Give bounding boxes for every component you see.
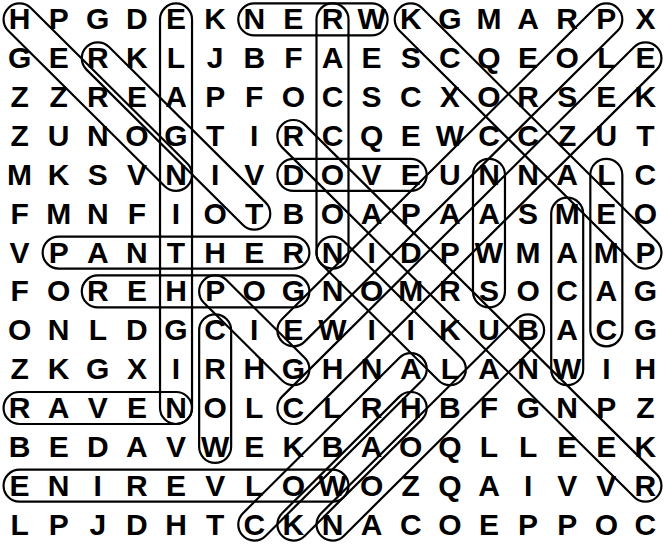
- grid-cell-r2c3[interactable]: R: [78, 39, 117, 78]
- grid-cell-r12c13[interactable]: L: [469, 427, 508, 466]
- grid-cell-r6c6[interactable]: O: [196, 194, 235, 233]
- grid-cell-r5c10[interactable]: V: [352, 155, 391, 194]
- grid-cell-r1c7[interactable]: N: [235, 0, 274, 39]
- grid-cell-r4c15[interactable]: Z: [548, 117, 587, 156]
- grid-cell-r4c14[interactable]: C: [509, 117, 548, 156]
- grid-cell-r8c17[interactable]: G: [626, 272, 665, 311]
- grid-cell-r12c10[interactable]: A: [352, 427, 391, 466]
- grid-cell-r3c8[interactable]: O: [274, 78, 313, 117]
- grid-cell-r9c10[interactable]: I: [352, 311, 391, 350]
- grid-cell-r14c16[interactable]: O: [587, 505, 626, 544]
- grid-cell-r5c6[interactable]: I: [196, 155, 235, 194]
- grid-cell-r4c4[interactable]: O: [117, 117, 156, 156]
- grid-cell-r9c3[interactable]: L: [78, 311, 117, 350]
- grid-cell-r9c4[interactable]: D: [117, 311, 156, 350]
- grid-cell-r10c7[interactable]: H: [235, 350, 274, 389]
- grid-cell-r12c9[interactable]: B: [313, 427, 352, 466]
- grid-cell-r9c5[interactable]: G: [156, 311, 195, 350]
- grid-cell-r9c14[interactable]: B: [509, 311, 548, 350]
- grid-cell-r5c13[interactable]: N: [469, 155, 508, 194]
- grid-cell-r7c16[interactable]: M: [587, 233, 626, 272]
- grid-cell-r7c7[interactable]: E: [235, 233, 274, 272]
- grid-cell-r7c8[interactable]: R: [274, 233, 313, 272]
- word-search-board: HPGDEKNERWKGMARPXGERKLJBFAESCQEOLEZZREAP…: [0, 0, 665, 544]
- grid-cell-r12c11[interactable]: O: [391, 427, 430, 466]
- grid-cell-r7c3[interactable]: A: [78, 233, 117, 272]
- grid-cell-r14c8[interactable]: K: [274, 505, 313, 544]
- grid-cell-r9c13[interactable]: U: [469, 311, 508, 350]
- grid-cell-r12c15[interactable]: E: [548, 427, 587, 466]
- grid-cell-r1c13[interactable]: M: [469, 0, 508, 39]
- grid-cell-r2c15[interactable]: O: [548, 39, 587, 78]
- grid-cell-r5c4[interactable]: V: [117, 155, 156, 194]
- grid-cell-r3c11[interactable]: C: [391, 78, 430, 117]
- grid-cell-r6c4[interactable]: F: [117, 194, 156, 233]
- grid-cell-r1c4[interactable]: D: [117, 0, 156, 39]
- grid-cell-r4c9[interactable]: C: [313, 117, 352, 156]
- grid-cell-r1c9[interactable]: R: [313, 0, 352, 39]
- grid-cell-r12c12[interactable]: Q: [430, 427, 469, 466]
- grid-cell-r3c4[interactable]: E: [117, 78, 156, 117]
- grid-cell-r12c4[interactable]: A: [117, 427, 156, 466]
- grid-cell-r3c15[interactable]: S: [548, 78, 587, 117]
- grid-cell-r8c7[interactable]: O: [235, 272, 274, 311]
- grid-cell-r11c10[interactable]: R: [352, 389, 391, 428]
- grid-cell-r7c9[interactable]: N: [313, 233, 352, 272]
- grid-cell-r3c14[interactable]: R: [509, 78, 548, 117]
- grid-cell-r2c2[interactable]: E: [39, 39, 78, 78]
- grid-cell-r5c3[interactable]: S: [78, 155, 117, 194]
- grid-cell-r6c11[interactable]: P: [391, 194, 430, 233]
- grid-cell-r10c9[interactable]: H: [313, 350, 352, 389]
- grid-cell-r4c8[interactable]: R: [274, 117, 313, 156]
- grid-cell-r4c3[interactable]: N: [78, 117, 117, 156]
- grid-cell-r6c7[interactable]: T: [235, 194, 274, 233]
- grid-cell-r14c15[interactable]: P: [548, 505, 587, 544]
- grid-cell-r10c6[interactable]: R: [196, 350, 235, 389]
- grid-cell-r13c17[interactable]: R: [626, 466, 665, 505]
- grid-cell-r9c15[interactable]: A: [548, 311, 587, 350]
- grid-cell-r5c7[interactable]: V: [235, 155, 274, 194]
- grid-cell-r5c1[interactable]: M: [0, 155, 39, 194]
- grid-cell-r14c9[interactable]: N: [313, 505, 352, 544]
- grid-cell-r13c16[interactable]: V: [587, 466, 626, 505]
- grid-cell-r1c6[interactable]: K: [196, 0, 235, 39]
- grid-cell-r12c2[interactable]: E: [39, 427, 78, 466]
- grid-cell-r2c11[interactable]: S: [391, 39, 430, 78]
- grid-cell-r9c11[interactable]: I: [391, 311, 430, 350]
- grid-cell-r6c17[interactable]: O: [626, 194, 665, 233]
- grid-cell-r7c10[interactable]: I: [352, 233, 391, 272]
- grid-cell-r12c1[interactable]: B: [0, 427, 39, 466]
- grid-cell-r11c11[interactable]: H: [391, 389, 430, 428]
- grid-cell-r11c5[interactable]: N: [156, 389, 195, 428]
- grid-cell-r9c9[interactable]: W: [313, 311, 352, 350]
- grid-cell-r1c2[interactable]: P: [39, 0, 78, 39]
- grid-cell-r5c9[interactable]: O: [313, 155, 352, 194]
- grid-cell-r5c5[interactable]: N: [156, 155, 195, 194]
- grid-cell-r6c8[interactable]: B: [274, 194, 313, 233]
- grid-cell-r11c12[interactable]: B: [430, 389, 469, 428]
- grid-cell-r8c16[interactable]: A: [587, 272, 626, 311]
- grid-cell-r1c12[interactable]: G: [430, 0, 469, 39]
- grid-cell-r10c16[interactable]: I: [587, 350, 626, 389]
- grid-cell-r11c14[interactable]: G: [509, 389, 548, 428]
- grid-cell-r10c10[interactable]: N: [352, 350, 391, 389]
- grid-cell-r14c14[interactable]: P: [509, 505, 548, 544]
- grid-cell-r1c1[interactable]: H: [0, 0, 39, 39]
- grid-cell-r12c6[interactable]: W: [196, 427, 235, 466]
- grid-cell-r14c10[interactable]: A: [352, 505, 391, 544]
- grid-cell-r13c12[interactable]: Q: [430, 466, 469, 505]
- grid-cell-r5c2[interactable]: K: [39, 155, 78, 194]
- grid-cell-r4c17[interactable]: T: [626, 117, 665, 156]
- grid-cell-r14c17[interactable]: C: [626, 505, 665, 544]
- grid-cell-r8c15[interactable]: C: [548, 272, 587, 311]
- grid-cell-r10c4[interactable]: X: [117, 350, 156, 389]
- grid-cell-r11c13[interactable]: F: [469, 389, 508, 428]
- grid-cell-r12c7[interactable]: E: [235, 427, 274, 466]
- grid-cell-r10c11[interactable]: A: [391, 350, 430, 389]
- grid-cell-r10c15[interactable]: W: [548, 350, 587, 389]
- grid-cell-r10c14[interactable]: N: [509, 350, 548, 389]
- grid-cell-r10c5[interactable]: I: [156, 350, 195, 389]
- grid-cell-r7c12[interactable]: P: [430, 233, 469, 272]
- grid-cell-r14c2[interactable]: P: [39, 505, 78, 544]
- grid-cell-r4c2[interactable]: U: [39, 117, 78, 156]
- grid-cell-r13c3[interactable]: I: [78, 466, 117, 505]
- grid-cell-r3c13[interactable]: O: [469, 78, 508, 117]
- grid-cell-r6c3[interactable]: N: [78, 194, 117, 233]
- grid-cell-r1c17[interactable]: X: [626, 0, 665, 39]
- grid-cell-r2c7[interactable]: B: [235, 39, 274, 78]
- grid-cell-r11c8[interactable]: C: [274, 389, 313, 428]
- grid-cell-r14c5[interactable]: H: [156, 505, 195, 544]
- grid-cell-r13c13[interactable]: A: [469, 466, 508, 505]
- grid-cell-r9c8[interactable]: E: [274, 311, 313, 350]
- grid-cell-r9c17[interactable]: G: [626, 311, 665, 350]
- grid-cell-r14c13[interactable]: E: [469, 505, 508, 544]
- grid-cell-r7c17[interactable]: P: [626, 233, 665, 272]
- grid-cell-r8c13[interactable]: S: [469, 272, 508, 311]
- grid-cell-r7c13[interactable]: W: [469, 233, 508, 272]
- grid-cell-r11c2[interactable]: A: [39, 389, 78, 428]
- grid-cell-r11c17[interactable]: Z: [626, 389, 665, 428]
- grid-cell-r8c3[interactable]: R: [78, 272, 117, 311]
- grid-cell-r14c3[interactable]: J: [78, 505, 117, 544]
- grid-cell-r14c11[interactable]: C: [391, 505, 430, 544]
- grid-cell-r3c7[interactable]: F: [235, 78, 274, 117]
- grid-cell-r2c10[interactable]: E: [352, 39, 391, 78]
- grid-cell-r3c10[interactable]: S: [352, 78, 391, 117]
- grid-cell-r8c11[interactable]: M: [391, 272, 430, 311]
- grid-cell-r7c5[interactable]: T: [156, 233, 195, 272]
- grid-cell-r7c2[interactable]: P: [39, 233, 78, 272]
- grid-cell-r1c10[interactable]: W: [352, 0, 391, 39]
- grid-cell-r5c11[interactable]: E: [391, 155, 430, 194]
- grid-cell-r11c1[interactable]: R: [0, 389, 39, 428]
- grid-cell-r10c3[interactable]: G: [78, 350, 117, 389]
- grid-cell-r1c5[interactable]: E: [156, 0, 195, 39]
- grid-cell-r6c1[interactable]: F: [0, 194, 39, 233]
- grid-cell-r8c1[interactable]: F: [0, 272, 39, 311]
- grid-cell-r2c16[interactable]: L: [587, 39, 626, 78]
- grid-cell-r13c4[interactable]: R: [117, 466, 156, 505]
- grid-cell-r8c4[interactable]: E: [117, 272, 156, 311]
- grid-cell-r3c6[interactable]: P: [196, 78, 235, 117]
- grid-cell-r3c5[interactable]: A: [156, 78, 195, 117]
- grid-cell-r6c14[interactable]: S: [509, 194, 548, 233]
- grid-cell-r8c12[interactable]: R: [430, 272, 469, 311]
- grid-cell-r5c14[interactable]: N: [509, 155, 548, 194]
- grid-cell-r9c2[interactable]: N: [39, 311, 78, 350]
- grid-cell-r11c16[interactable]: P: [587, 389, 626, 428]
- grid-cell-r12c8[interactable]: K: [274, 427, 313, 466]
- grid-cell-r8c2[interactable]: O: [39, 272, 78, 311]
- grid-cell-r2c8[interactable]: F: [274, 39, 313, 78]
- grid-cell-r5c16[interactable]: L: [587, 155, 626, 194]
- grid-cell-r11c15[interactable]: N: [548, 389, 587, 428]
- grid-cell-r3c2[interactable]: Z: [39, 78, 78, 117]
- grid-cell-r11c3[interactable]: V: [78, 389, 117, 428]
- grid-cell-r11c4[interactable]: E: [117, 389, 156, 428]
- grid-cell-r14c7[interactable]: C: [235, 505, 274, 544]
- grid-cell-r5c8[interactable]: D: [274, 155, 313, 194]
- grid-cell-r14c12[interactable]: O: [430, 505, 469, 544]
- grid-cell-r4c7[interactable]: I: [235, 117, 274, 156]
- grid-cell-r9c12[interactable]: K: [430, 311, 469, 350]
- grid-cell-r1c15[interactable]: R: [548, 0, 587, 39]
- grid-cell-r3c12[interactable]: X: [430, 78, 469, 117]
- grid-cell-r1c11[interactable]: K: [391, 0, 430, 39]
- grid-cell-r2c5[interactable]: L: [156, 39, 195, 78]
- grid-cell-r13c5[interactable]: E: [156, 466, 195, 505]
- grid-cell-r3c1[interactable]: Z: [0, 78, 39, 117]
- grid-cell-r6c16[interactable]: E: [587, 194, 626, 233]
- grid-cell-r4c11[interactable]: E: [391, 117, 430, 156]
- grid-cell-r2c4[interactable]: K: [117, 39, 156, 78]
- grid-cell-r2c9[interactable]: A: [313, 39, 352, 78]
- grid-cell-r4c1[interactable]: Z: [0, 117, 39, 156]
- grid-cell-r7c6[interactable]: H: [196, 233, 235, 272]
- grid-cell-r10c12[interactable]: L: [430, 350, 469, 389]
- grid-cell-r12c3[interactable]: D: [78, 427, 117, 466]
- grid-cell-r13c8[interactable]: O: [274, 466, 313, 505]
- grid-cell-r13c10[interactable]: O: [352, 466, 391, 505]
- grid-cell-r3c3[interactable]: R: [78, 78, 117, 117]
- grid-cell-r4c12[interactable]: W: [430, 117, 469, 156]
- grid-cell-r3c16[interactable]: E: [587, 78, 626, 117]
- grid-cell-r6c5[interactable]: I: [156, 194, 195, 233]
- grid-cell-r8c10[interactable]: O: [352, 272, 391, 311]
- grid-cell-r7c1[interactable]: V: [0, 233, 39, 272]
- grid-cell-r8c6[interactable]: P: [196, 272, 235, 311]
- grid-cell-r1c14[interactable]: A: [509, 0, 548, 39]
- grid-cell-r4c5[interactable]: G: [156, 117, 195, 156]
- grid-cell-r13c1[interactable]: E: [0, 466, 39, 505]
- grid-cell-r9c7[interactable]: I: [235, 311, 274, 350]
- grid-cell-r7c15[interactable]: A: [548, 233, 587, 272]
- grid-cell-r4c10[interactable]: Q: [352, 117, 391, 156]
- grid-cell-r8c8[interactable]: G: [274, 272, 313, 311]
- grid-cell-r10c1[interactable]: Z: [0, 350, 39, 389]
- grid-cell-r7c11[interactable]: D: [391, 233, 430, 272]
- grid-cell-r14c1[interactable]: L: [0, 505, 39, 544]
- grid-cell-r13c9[interactable]: W: [313, 466, 352, 505]
- grid-cell-r6c2[interactable]: M: [39, 194, 78, 233]
- grid-cell-r6c12[interactable]: A: [430, 194, 469, 233]
- grid-cell-r4c13[interactable]: C: [469, 117, 508, 156]
- grid-cell-r13c15[interactable]: V: [548, 466, 587, 505]
- grid-cell-r3c9[interactable]: C: [313, 78, 352, 117]
- grid-cell-r5c15[interactable]: A: [548, 155, 587, 194]
- grid-cell-r5c12[interactable]: U: [430, 155, 469, 194]
- grid-cell-r10c8[interactable]: G: [274, 350, 313, 389]
- grid-cell-r14c6[interactable]: T: [196, 505, 235, 544]
- grid-cell-r13c2[interactable]: N: [39, 466, 78, 505]
- grid-cell-r2c14[interactable]: E: [509, 39, 548, 78]
- grid-cell-r11c7[interactable]: L: [235, 389, 274, 428]
- grid-cell-r12c16[interactable]: E: [587, 427, 626, 466]
- grid-cell-r11c6[interactable]: O: [196, 389, 235, 428]
- grid-cell-r5c17[interactable]: C: [626, 155, 665, 194]
- grid-cell-r13c6[interactable]: V: [196, 466, 235, 505]
- grid-cell-r1c3[interactable]: G: [78, 0, 117, 39]
- grid-cell-r8c14[interactable]: O: [509, 272, 548, 311]
- grid-cell-r2c1[interactable]: G: [0, 39, 39, 78]
- grid-cell-r14c4[interactable]: D: [117, 505, 156, 544]
- grid-cell-r6c13[interactable]: A: [469, 194, 508, 233]
- letter-grid: HPGDEKNERWKGMARPXGERKLJBFAESCQEOLEZZREAP…: [0, 0, 665, 544]
- grid-cell-r4c16[interactable]: U: [587, 117, 626, 156]
- grid-cell-r7c4[interactable]: N: [117, 233, 156, 272]
- grid-cell-r9c6[interactable]: C: [196, 311, 235, 350]
- grid-cell-r6c9[interactable]: O: [313, 194, 352, 233]
- grid-cell-r9c16[interactable]: C: [587, 311, 626, 350]
- grid-cell-r8c5[interactable]: H: [156, 272, 195, 311]
- grid-cell-r10c13[interactable]: A: [469, 350, 508, 389]
- grid-cell-r4c6[interactable]: T: [196, 117, 235, 156]
- grid-cell-r1c16[interactable]: P: [587, 0, 626, 39]
- grid-cell-r10c17[interactable]: H: [626, 350, 665, 389]
- grid-cell-r2c13[interactable]: Q: [469, 39, 508, 78]
- grid-cell-r12c17[interactable]: K: [626, 427, 665, 466]
- grid-cell-r10c2[interactable]: K: [39, 350, 78, 389]
- grid-cell-r8c9[interactable]: N: [313, 272, 352, 311]
- grid-cell-r2c17[interactable]: E: [626, 39, 665, 78]
- grid-cell-r12c14[interactable]: L: [509, 427, 548, 466]
- grid-cell-r12c5[interactable]: V: [156, 427, 195, 466]
- grid-cell-r11c9[interactable]: L: [313, 389, 352, 428]
- grid-cell-r6c10[interactable]: A: [352, 194, 391, 233]
- grid-cell-r2c12[interactable]: C: [430, 39, 469, 78]
- grid-cell-r13c11[interactable]: Z: [391, 466, 430, 505]
- grid-cell-r6c15[interactable]: M: [548, 194, 587, 233]
- grid-cell-r1c8[interactable]: E: [274, 0, 313, 39]
- grid-cell-r13c7[interactable]: L: [235, 466, 274, 505]
- grid-cell-r2c6[interactable]: J: [196, 39, 235, 78]
- grid-cell-r7c14[interactable]: M: [509, 233, 548, 272]
- grid-cell-r3c17[interactable]: K: [626, 78, 665, 117]
- grid-cell-r9c1[interactable]: O: [0, 311, 39, 350]
- grid-cell-r13c14[interactable]: I: [509, 466, 548, 505]
